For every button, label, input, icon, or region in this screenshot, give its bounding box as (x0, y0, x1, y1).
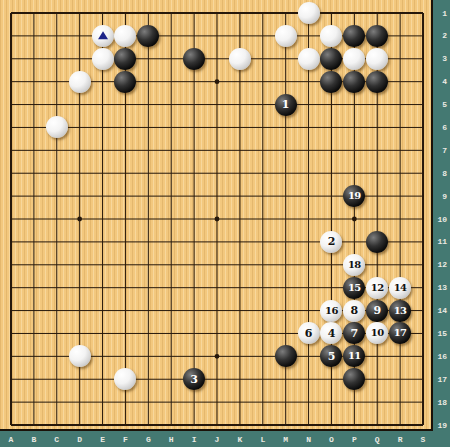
coord-row-1: 1 (433, 8, 447, 19)
coord-col-G: G (140, 434, 156, 445)
move-number: 6 (305, 327, 313, 338)
stone-P16[interactable]: 11 (343, 345, 365, 367)
stone-Q13[interactable]: 12 (366, 277, 388, 299)
stone-P13[interactable]: 15 (343, 277, 365, 299)
move-number: 4 (328, 327, 336, 338)
stone-P17[interactable] (343, 368, 365, 390)
stone-F17[interactable] (114, 368, 136, 390)
stone-E3[interactable] (92, 48, 114, 70)
move-number: 7 (351, 327, 359, 338)
coord-row-13: 13 (433, 282, 447, 293)
coord-row-6: 6 (433, 122, 447, 133)
coord-col-I: I (186, 434, 202, 445)
coord-row-17: 17 (433, 374, 447, 385)
column-coordinates-strip: ABCDEFGHIJKLMNOPQRS (0, 431, 450, 447)
coord-row-12: 12 (433, 259, 447, 270)
stone-O3[interactable] (320, 48, 342, 70)
stone-E2[interactable] (92, 25, 114, 47)
move-number: 13 (394, 305, 407, 315)
coord-col-L: L (255, 434, 271, 445)
coord-col-F: F (117, 434, 133, 445)
stone-F2[interactable] (114, 25, 136, 47)
coord-col-R: R (392, 434, 408, 445)
move-number: 8 (351, 305, 359, 316)
move-number: 19 (348, 191, 361, 201)
coord-col-M: M (278, 434, 294, 445)
stone-K3[interactable] (229, 48, 251, 70)
stone-D16[interactable] (69, 345, 91, 367)
move-number: 16 (325, 305, 338, 315)
stone-Q2[interactable] (366, 25, 388, 47)
stone-C6[interactable] (46, 116, 68, 138)
stone-N3[interactable] (298, 48, 320, 70)
stone-Q4[interactable] (366, 71, 388, 93)
stone-R14[interactable]: 13 (389, 300, 411, 322)
stone-O4[interactable] (320, 71, 342, 93)
stone-P14[interactable]: 8 (343, 300, 365, 322)
stone-O14[interactable]: 16 (320, 300, 342, 322)
stone-P15[interactable]: 7 (343, 322, 365, 344)
stone-G2[interactable] (137, 25, 159, 47)
coord-row-15: 15 (433, 328, 447, 339)
coord-col-P: P (346, 434, 362, 445)
stone-P12[interactable]: 18 (343, 254, 365, 276)
stone-Q15[interactable]: 10 (366, 322, 388, 344)
coord-row-9: 9 (433, 191, 447, 202)
stone-O11[interactable]: 2 (320, 231, 342, 253)
stone-Q14[interactable]: 9 (366, 300, 388, 322)
coord-row-3: 3 (433, 53, 447, 64)
stone-N15[interactable]: 6 (298, 322, 320, 344)
stone-Q11[interactable] (366, 231, 388, 253)
stone-M5[interactable]: 1 (275, 94, 297, 116)
coord-row-16: 16 (433, 351, 447, 362)
move-number: 15 (348, 282, 361, 292)
stone-N1[interactable] (298, 2, 320, 24)
coord-row-14: 14 (433, 305, 447, 316)
stone-I17[interactable]: 3 (183, 368, 205, 390)
stone-F3[interactable] (114, 48, 136, 70)
move-number: 3 (190, 373, 198, 384)
coord-col-H: H (163, 434, 179, 445)
move-number: 11 (348, 351, 361, 361)
stone-P9[interactable]: 19 (343, 185, 365, 207)
stone-P4[interactable] (343, 71, 365, 93)
stone-P3[interactable] (343, 48, 365, 70)
move-number: 10 (371, 328, 384, 338)
coord-row-19: 19 (433, 420, 447, 431)
coord-col-A: A (3, 434, 19, 445)
coord-row-18: 18 (433, 397, 447, 408)
coord-row-5: 5 (433, 99, 447, 110)
coord-row-10: 10 (433, 214, 447, 225)
stone-Q3[interactable] (366, 48, 388, 70)
move-number: 9 (373, 305, 381, 316)
move-number: 18 (348, 259, 361, 269)
triangle-marker-icon (98, 31, 108, 39)
coord-row-4: 4 (433, 76, 447, 87)
stone-M2[interactable] (275, 25, 297, 47)
move-number: 1 (282, 99, 290, 110)
coord-col-Q: Q (369, 434, 385, 445)
coord-col-E: E (95, 434, 111, 445)
stone-M16[interactable] (275, 345, 297, 367)
stones-layer[interactable]: 11921815121416891364710175113 (0, 0, 433, 431)
stone-I3[interactable] (183, 48, 205, 70)
stone-O16[interactable]: 5 (320, 345, 342, 367)
move-number: 12 (371, 282, 384, 292)
coord-col-N: N (301, 434, 317, 445)
coord-col-D: D (72, 434, 88, 445)
move-number: 5 (328, 350, 336, 361)
move-number: 17 (394, 328, 407, 338)
coord-col-K: K (232, 434, 248, 445)
go-diagram: 11921815121416891364710175113 ABCDEFGHIJ… (0, 0, 450, 447)
move-number: 2 (328, 236, 336, 247)
move-number: 14 (394, 282, 407, 292)
row-coordinates-strip: 12345678910111213141516171819 (433, 0, 450, 447)
coord-row-2: 2 (433, 30, 447, 41)
coord-row-8: 8 (433, 168, 447, 179)
coord-col-O: O (323, 434, 339, 445)
stone-P2[interactable] (343, 25, 365, 47)
stone-F4[interactable] (114, 71, 136, 93)
stone-O15[interactable]: 4 (320, 322, 342, 344)
stone-R15[interactable]: 17 (389, 322, 411, 344)
coord-row-11: 11 (433, 236, 447, 247)
coord-col-B: B (26, 434, 42, 445)
coord-col-S: S (415, 434, 431, 445)
coord-col-J: J (209, 434, 225, 445)
stone-R13[interactable]: 14 (389, 277, 411, 299)
coord-row-7: 7 (433, 145, 447, 156)
coord-col-C: C (49, 434, 65, 445)
stone-D4[interactable] (69, 71, 91, 93)
stone-O2[interactable] (320, 25, 342, 47)
